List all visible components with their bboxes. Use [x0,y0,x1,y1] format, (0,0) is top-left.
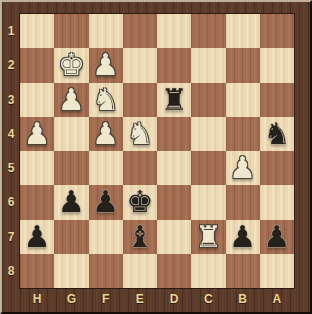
file-label-c: C [191,288,225,310]
square-c8[interactable] [191,254,225,288]
square-f1[interactable] [89,14,123,48]
square-b2[interactable] [226,48,260,82]
white-king-g2[interactable]: ♚ [58,50,85,80]
square-h8[interactable] [20,254,54,288]
rank-label-7: 7 [2,220,20,254]
black-pawn-h7[interactable]: ♟ [24,222,51,252]
square-d3[interactable]: ♜ [157,83,191,117]
black-king-e6[interactable]: ♚ [126,187,153,217]
file-label-g: G [54,288,88,310]
square-b8[interactable] [226,254,260,288]
file-label-h: H [20,288,54,310]
chess-board[interactable]: ♚♟♟♞♜♟♟♞♞♟♟♟♚♟♝♜♟♟ [20,14,294,288]
chess-board-frame: 12345678 ♚♟♟♞♜♟♟♞♞♟♟♟♚♟♝♜♟♟ HGFEDCBA [0,0,312,314]
rank-label-5: 5 [2,151,20,185]
rank-label-1: 1 [2,14,20,48]
square-g2[interactable]: ♚ [54,48,88,82]
square-c3[interactable] [191,83,225,117]
square-c6[interactable] [191,185,225,219]
square-f4[interactable]: ♟ [89,117,123,151]
square-h3[interactable] [20,83,54,117]
square-g4[interactable] [54,117,88,151]
square-d1[interactable] [157,14,191,48]
square-f8[interactable] [89,254,123,288]
square-e8[interactable] [123,254,157,288]
square-h1[interactable] [20,14,54,48]
square-c2[interactable] [191,48,225,82]
square-c7[interactable]: ♜ [191,220,225,254]
square-e1[interactable] [123,14,157,48]
square-b4[interactable] [226,117,260,151]
square-h7[interactable]: ♟ [20,220,54,254]
square-a3[interactable] [260,83,294,117]
black-pawn-g6[interactable]: ♟ [58,187,85,217]
file-label-f: F [89,288,123,310]
square-d6[interactable] [157,185,191,219]
square-g1[interactable] [54,14,88,48]
square-f2[interactable]: ♟ [89,48,123,82]
black-rook-d3[interactable]: ♜ [161,85,188,115]
square-g7[interactable] [54,220,88,254]
white-pawn-b5[interactable]: ♟ [229,153,256,183]
file-label-a: A [260,288,294,310]
square-c1[interactable] [191,14,225,48]
square-e4[interactable]: ♞ [123,117,157,151]
square-f6[interactable]: ♟ [89,185,123,219]
square-d4[interactable] [157,117,191,151]
square-c5[interactable] [191,151,225,185]
square-b1[interactable] [226,14,260,48]
black-knight-a4[interactable]: ♞ [263,119,290,149]
square-g8[interactable] [54,254,88,288]
square-a8[interactable] [260,254,294,288]
square-g3[interactable]: ♟ [54,83,88,117]
square-b3[interactable] [226,83,260,117]
rank-label-4: 4 [2,117,20,151]
square-b6[interactable] [226,185,260,219]
rank-label-3: 3 [2,83,20,117]
square-h2[interactable] [20,48,54,82]
square-e7[interactable]: ♝ [123,220,157,254]
white-knight-e4[interactable]: ♞ [126,119,153,149]
square-f5[interactable] [89,151,123,185]
square-g5[interactable] [54,151,88,185]
square-d5[interactable] [157,151,191,185]
rank-label-2: 2 [2,48,20,82]
white-knight-f3[interactable]: ♞ [92,85,119,115]
square-f7[interactable] [89,220,123,254]
black-pawn-f6[interactable]: ♟ [92,187,119,217]
square-d7[interactable] [157,220,191,254]
white-pawn-f4[interactable]: ♟ [92,119,119,149]
file-label-d: D [157,288,191,310]
rank-labels: 12345678 [2,14,20,288]
square-a5[interactable] [260,151,294,185]
square-e3[interactable] [123,83,157,117]
square-f3[interactable]: ♞ [89,83,123,117]
square-a6[interactable] [260,185,294,219]
square-e6[interactable]: ♚ [123,185,157,219]
white-pawn-h4[interactable]: ♟ [24,119,51,149]
square-g6[interactable]: ♟ [54,185,88,219]
square-e5[interactable] [123,151,157,185]
square-a1[interactable] [260,14,294,48]
square-d8[interactable] [157,254,191,288]
black-pawn-a7[interactable]: ♟ [263,222,290,252]
square-h6[interactable] [20,185,54,219]
rank-label-6: 6 [2,185,20,219]
square-e2[interactable] [123,48,157,82]
white-pawn-g3[interactable]: ♟ [58,85,85,115]
white-rook-c7[interactable]: ♜ [195,222,222,252]
rank-label-8: 8 [2,254,20,288]
square-a2[interactable] [260,48,294,82]
square-h4[interactable]: ♟ [20,117,54,151]
file-label-b: B [226,288,260,310]
file-labels: HGFEDCBA [20,288,294,310]
square-b5[interactable]: ♟ [226,151,260,185]
square-b7[interactable]: ♟ [226,220,260,254]
white-pawn-f2[interactable]: ♟ [92,50,119,80]
black-bishop-e7[interactable]: ♝ [126,222,153,252]
square-d2[interactable] [157,48,191,82]
square-h5[interactable] [20,151,54,185]
square-a4[interactable]: ♞ [260,117,294,151]
file-label-e: E [123,288,157,310]
square-a7[interactable]: ♟ [260,220,294,254]
square-c4[interactable] [191,117,225,151]
black-pawn-b7[interactable]: ♟ [229,222,256,252]
